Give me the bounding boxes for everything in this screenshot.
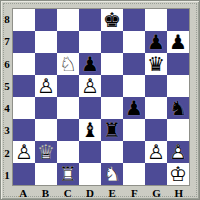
file-label-d: D	[79, 187, 101, 199]
square-c8[interactable]	[57, 9, 79, 31]
rank-label-8: 8	[2, 8, 12, 30]
square-h3[interactable]	[167, 119, 189, 141]
file-label-c: C	[57, 187, 79, 199]
piece-white-pawn[interactable]: ♟♙	[79, 75, 101, 97]
square-g2[interactable]: ♟♙	[145, 141, 167, 163]
square-f5[interactable]	[123, 75, 145, 97]
square-b7[interactable]	[35, 31, 57, 53]
square-b1[interactable]	[35, 163, 57, 185]
piece-glyph-outline: ♘	[59, 54, 77, 74]
piece-glyph-outline: ♘	[103, 164, 121, 184]
square-d7[interactable]	[79, 31, 101, 53]
square-a3[interactable]	[13, 119, 35, 141]
piece-white-queen[interactable]: ♛♕	[35, 141, 57, 163]
board-frame: 87654321 ABCDEFGH ♚♟♟♞♘♟♛♟♙♟♙♟♞♝♜♟♙♛♕♟♙♟…	[0, 0, 200, 200]
square-c3[interactable]	[57, 119, 79, 141]
square-h6[interactable]	[167, 53, 189, 75]
rank-label-1: 1	[2, 164, 12, 186]
square-e3[interactable]: ♜	[101, 119, 123, 141]
square-f1[interactable]	[123, 163, 145, 185]
file-label-h: H	[168, 187, 190, 199]
square-h4[interactable]: ♞	[167, 97, 189, 119]
square-d6[interactable]: ♟	[79, 53, 101, 75]
piece-black-queen[interactable]: ♛	[145, 53, 167, 75]
square-h5[interactable]	[167, 75, 189, 97]
square-f4[interactable]: ♟	[123, 97, 145, 119]
rank-label-6: 6	[2, 53, 12, 75]
piece-white-pawn[interactable]: ♟♙	[167, 141, 189, 163]
piece-glyph-outline: ♙	[15, 142, 33, 162]
square-g6[interactable]: ♛	[145, 53, 167, 75]
square-b8[interactable]	[35, 9, 57, 31]
rank-label-2: 2	[2, 142, 12, 164]
file-label-b: B	[34, 187, 56, 199]
piece-black-pawn[interactable]: ♟	[123, 97, 145, 119]
square-g4[interactable]	[145, 97, 167, 119]
rank-label-5: 5	[2, 75, 12, 97]
piece-black-rook[interactable]: ♜	[101, 119, 123, 141]
piece-white-rook[interactable]: ♜♖	[57, 163, 79, 185]
file-label-g: G	[146, 187, 168, 199]
square-d8[interactable]	[79, 9, 101, 31]
piece-white-pawn[interactable]: ♟♙	[35, 75, 57, 97]
square-d1[interactable]	[79, 163, 101, 185]
square-e1[interactable]: ♞♘	[101, 163, 123, 185]
piece-black-bishop[interactable]: ♝	[79, 119, 101, 141]
square-a2[interactable]: ♟♙	[13, 141, 35, 163]
piece-glyph-outline: ♖	[59, 164, 77, 184]
piece-black-knight[interactable]: ♞	[167, 97, 189, 119]
file-labels: ABCDEFGH	[12, 187, 190, 199]
piece-glyph: ♟	[125, 98, 143, 118]
square-c4[interactable]	[57, 97, 79, 119]
square-h7[interactable]: ♟	[167, 31, 189, 53]
file-label-e: E	[101, 187, 123, 199]
square-g3[interactable]	[145, 119, 167, 141]
square-g1[interactable]	[145, 163, 167, 185]
square-e2[interactable]	[101, 141, 123, 163]
square-a8[interactable]	[13, 9, 35, 31]
piece-white-pawn[interactable]: ♟♙	[145, 141, 167, 163]
square-g8[interactable]	[145, 9, 167, 31]
square-b5[interactable]: ♟♙	[35, 75, 57, 97]
square-d5[interactable]: ♟♙	[79, 75, 101, 97]
rank-labels: 87654321	[2, 8, 12, 186]
chess-board: ♚♟♟♞♘♟♛♟♙♟♙♟♞♝♜♟♙♛♕♟♙♟♙♜♖♞♘♚♔	[12, 8, 190, 186]
piece-glyph: ♜	[103, 120, 121, 140]
square-f3[interactable]	[123, 119, 145, 141]
square-f6[interactable]	[123, 53, 145, 75]
square-f8[interactable]	[123, 9, 145, 31]
piece-black-pawn[interactable]: ♟	[167, 31, 189, 53]
piece-black-pawn[interactable]: ♟	[79, 53, 101, 75]
square-e4[interactable]	[101, 97, 123, 119]
square-f7[interactable]	[123, 31, 145, 53]
square-g7[interactable]: ♟	[145, 31, 167, 53]
file-label-f: F	[123, 187, 145, 199]
piece-glyph-outline: ♔	[169, 164, 187, 184]
piece-glyph-outline: ♙	[81, 76, 99, 96]
piece-glyph: ♛	[147, 54, 165, 74]
square-f2[interactable]	[123, 141, 145, 163]
piece-glyph: ♝	[81, 120, 99, 140]
piece-glyph: ♟	[147, 32, 165, 52]
square-e6[interactable]	[101, 53, 123, 75]
rank-label-7: 7	[2, 30, 12, 52]
square-e8[interactable]: ♚	[101, 9, 123, 31]
piece-glyph: ♚	[103, 10, 121, 30]
square-g5[interactable]	[145, 75, 167, 97]
square-e7[interactable]	[101, 31, 123, 53]
square-b4[interactable]	[35, 97, 57, 119]
piece-glyph-outline: ♕	[37, 142, 55, 162]
piece-white-pawn[interactable]: ♟♙	[13, 141, 35, 163]
piece-glyph: ♞	[169, 98, 187, 118]
rank-label-4: 4	[2, 97, 12, 119]
square-h2[interactable]: ♟♙	[167, 141, 189, 163]
square-d2[interactable]	[79, 141, 101, 163]
square-c2[interactable]	[57, 141, 79, 163]
square-d4[interactable]	[79, 97, 101, 119]
square-c1[interactable]: ♜♖	[57, 163, 79, 185]
piece-glyph-outline: ♙	[169, 142, 187, 162]
piece-white-king[interactable]: ♚♔	[167, 163, 189, 185]
square-e5[interactable]	[101, 75, 123, 97]
square-b6[interactable]	[35, 53, 57, 75]
piece-black-king[interactable]: ♚	[101, 9, 123, 31]
square-c6[interactable]: ♞♘	[57, 53, 79, 75]
piece-glyph: ♟	[169, 32, 187, 52]
square-a5[interactable]	[13, 75, 35, 97]
square-a6[interactable]	[13, 53, 35, 75]
piece-white-knight[interactable]: ♞♘	[101, 163, 123, 185]
square-c7[interactable]	[57, 31, 79, 53]
square-b3[interactable]	[35, 119, 57, 141]
piece-glyph-outline: ♙	[37, 76, 55, 96]
square-a7[interactable]	[13, 31, 35, 53]
piece-glyph-outline: ♙	[147, 142, 165, 162]
square-h8[interactable]	[167, 9, 189, 31]
piece-white-knight[interactable]: ♞♘	[57, 53, 79, 75]
square-a4[interactable]	[13, 97, 35, 119]
square-a1[interactable]	[13, 163, 35, 185]
file-label-a: A	[12, 187, 34, 199]
piece-glyph: ♟	[81, 54, 99, 74]
rank-label-3: 3	[2, 119, 12, 141]
square-b2[interactable]: ♛♕	[35, 141, 57, 163]
square-h1[interactable]: ♚♔	[167, 163, 189, 185]
piece-black-pawn[interactable]: ♟	[145, 31, 167, 53]
square-d3[interactable]: ♝	[79, 119, 101, 141]
square-c5[interactable]	[57, 75, 79, 97]
